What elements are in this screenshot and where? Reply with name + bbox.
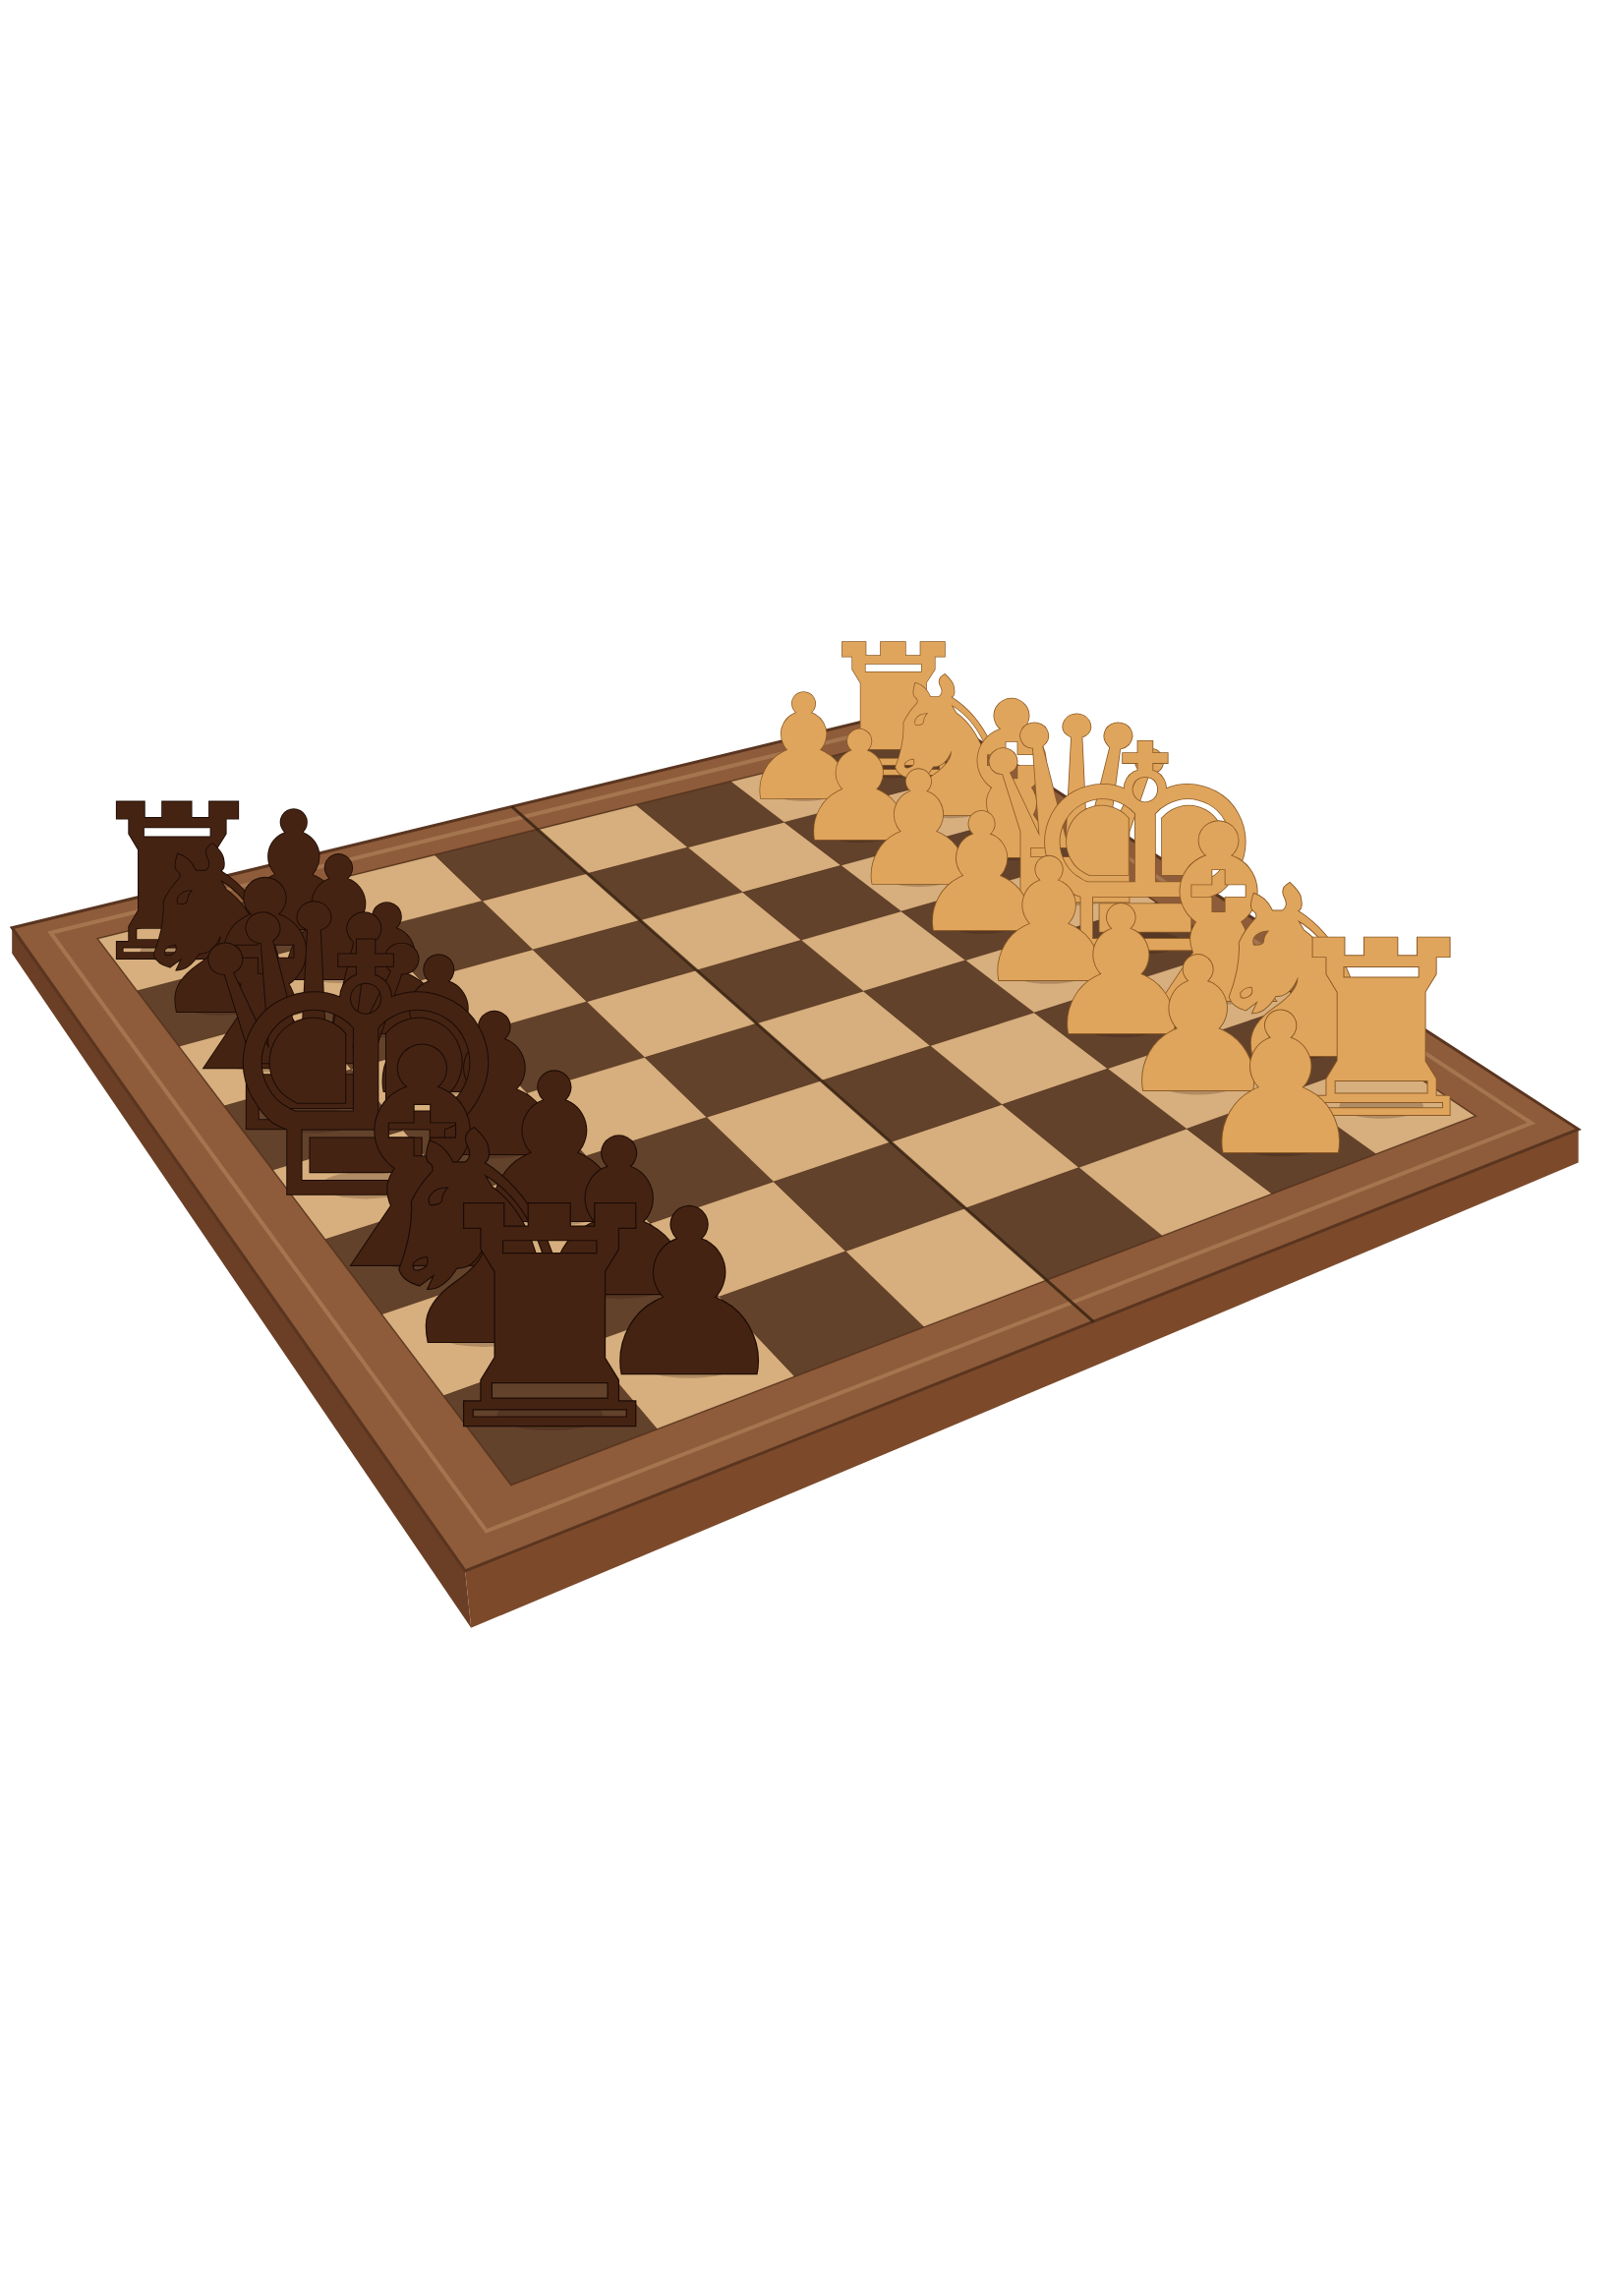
- black-rook-h8: ♜: [414, 1143, 686, 1497]
- product-photo-stage: ♜♟♞♟♝♟♛♟♟♚♜♟♟♝♞♟♟♞♝♟♟♜♛♟♟♚♟♝♟♞♟♜: [0, 0, 1624, 2274]
- chess-board: ♜♟♞♟♝♟♛♟♟♚♜♟♟♝♞♟♟♞♝♟♟♜♛♟♟♚♟♝♟♞♟♜: [0, 0, 1624, 2274]
- chess-board-svg: ♜♟♞♟♝♟♛♟♟♚♜♟♟♝♞♟♟♞♝♟♟♜♛♟♟♚♟♝♟♞♟♜: [0, 0, 1624, 2274]
- white-pawn-h2: ♟: [1193, 971, 1368, 1198]
